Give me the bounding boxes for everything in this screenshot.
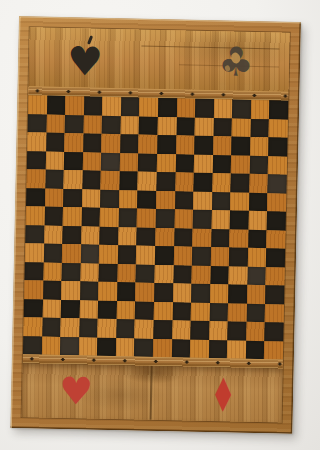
board-square[interactable]	[248, 248, 267, 267]
board-square[interactable]	[155, 246, 174, 265]
board-square[interactable]	[61, 281, 80, 300]
photo-backdrop: ♥ ♣ ♥ ♦	[0, 0, 320, 450]
board-square[interactable]	[246, 322, 265, 341]
board-square[interactable]	[194, 136, 213, 155]
board-square[interactable]	[173, 265, 192, 284]
board-square[interactable]	[28, 114, 47, 133]
board-square[interactable]	[79, 300, 98, 319]
board-square[interactable]	[211, 210, 230, 229]
board-interior: ♥ ♣ ♥ ♦	[22, 27, 290, 422]
board-square[interactable]	[83, 115, 102, 134]
board-square[interactable]	[228, 284, 247, 303]
board-square[interactable]	[24, 262, 43, 281]
board-square[interactable]	[44, 225, 63, 244]
board-square[interactable]	[210, 266, 229, 285]
board-square[interactable]	[120, 116, 139, 135]
board-square[interactable]	[174, 209, 193, 228]
board-square[interactable]	[265, 304, 284, 323]
wood-crack	[141, 46, 279, 50]
board-square[interactable]	[173, 283, 192, 302]
board-square[interactable]	[194, 173, 213, 192]
board-square[interactable]	[117, 301, 136, 320]
board-square[interactable]	[119, 190, 138, 209]
board-square[interactable]	[84, 96, 103, 115]
board-square[interactable]	[175, 154, 194, 173]
board-square[interactable]	[231, 173, 250, 192]
board-square[interactable]	[176, 135, 195, 154]
spade-glyph: ♥	[67, 41, 104, 82]
diamond-icon: ♦	[202, 372, 244, 419]
club-icon: ♣	[218, 41, 255, 82]
board-square[interactable]	[81, 207, 100, 226]
board-square[interactable]	[195, 99, 214, 118]
board-square[interactable]	[98, 282, 117, 301]
board-square[interactable]	[268, 156, 287, 175]
board-square[interactable]	[98, 319, 117, 338]
diamond-glyph: ♦	[210, 372, 237, 419]
board-square[interactable]	[116, 319, 135, 338]
board-square[interactable]	[158, 98, 177, 117]
board-square[interactable]	[248, 211, 267, 230]
board-square[interactable]	[153, 320, 172, 339]
board-square[interactable]	[64, 170, 83, 189]
board-square[interactable]	[41, 336, 60, 355]
board-square[interactable]	[81, 244, 100, 263]
board-square[interactable]	[25, 243, 44, 262]
board-square[interactable]	[230, 192, 249, 211]
board-square[interactable]	[97, 337, 116, 356]
heart-glyph: ♥	[59, 372, 94, 411]
board-square[interactable]	[153, 338, 172, 357]
board-square[interactable]	[268, 174, 287, 193]
board-square[interactable]	[229, 247, 248, 266]
board-square[interactable]	[135, 283, 154, 302]
board-square[interactable]	[246, 303, 265, 322]
board-square[interactable]	[118, 208, 137, 227]
board-square[interactable]	[173, 246, 192, 265]
board-square[interactable]	[117, 282, 136, 301]
board-square[interactable]	[137, 209, 156, 228]
board-square[interactable]	[266, 267, 285, 286]
board-square[interactable]	[155, 227, 174, 246]
board-square[interactable]	[174, 228, 193, 247]
board-square[interactable]	[26, 206, 45, 225]
board-square[interactable]	[209, 303, 228, 322]
panel-seam	[150, 366, 153, 420]
board-square[interactable]	[266, 248, 285, 267]
board-square[interactable]	[213, 118, 232, 137]
top-suit-panel: ♥ ♣	[29, 27, 290, 91]
board-square[interactable]	[102, 115, 121, 134]
board-square[interactable]	[135, 319, 154, 338]
board-square[interactable]	[45, 188, 64, 207]
board-square[interactable]	[80, 281, 99, 300]
board-square[interactable]	[42, 299, 61, 318]
board-square[interactable]	[61, 299, 80, 318]
board-square[interactable]	[27, 151, 46, 170]
board-square[interactable]	[269, 100, 288, 119]
board-square[interactable]	[250, 118, 269, 137]
board-square[interactable]	[82, 189, 101, 208]
board-square[interactable]	[176, 117, 195, 136]
board-square[interactable]	[101, 152, 120, 171]
board-square[interactable]	[100, 189, 119, 208]
board-square[interactable]	[212, 155, 231, 174]
board-square[interactable]	[190, 321, 209, 340]
board-square[interactable]	[23, 317, 42, 336]
board-square[interactable]	[176, 98, 195, 117]
board-square[interactable]	[82, 152, 101, 171]
board-square[interactable]	[26, 188, 45, 207]
board-square[interactable]	[228, 321, 247, 340]
board-square[interactable]	[47, 96, 66, 115]
board-square[interactable]	[139, 116, 158, 135]
board-square[interactable]	[157, 135, 176, 154]
board-square[interactable]	[62, 244, 81, 263]
board-square[interactable]	[192, 265, 211, 284]
board-square[interactable]	[139, 98, 158, 117]
board-square[interactable]	[80, 263, 99, 282]
board-square[interactable]	[212, 192, 231, 211]
board-square[interactable]	[25, 225, 44, 244]
board-square[interactable]	[172, 320, 191, 339]
board-square[interactable]	[62, 225, 81, 244]
checkerboard	[23, 95, 288, 359]
board-square[interactable]	[154, 283, 173, 302]
board-square[interactable]	[156, 172, 175, 191]
board-square[interactable]	[231, 136, 250, 155]
board-square[interactable]	[62, 262, 81, 281]
board-square[interactable]	[100, 208, 119, 227]
board-square[interactable]	[227, 340, 246, 359]
board-square[interactable]	[137, 227, 156, 246]
board-square[interactable]	[134, 338, 153, 357]
board-square[interactable]	[119, 171, 138, 190]
board-square[interactable]	[195, 117, 214, 136]
board-square[interactable]	[250, 137, 269, 156]
board-square[interactable]	[100, 226, 119, 245]
board-square[interactable]	[265, 322, 284, 341]
board-square[interactable]	[79, 318, 98, 337]
board-square[interactable]	[99, 245, 118, 264]
board-square[interactable]	[139, 135, 158, 154]
board-square[interactable]	[229, 266, 248, 285]
board-square[interactable]	[24, 299, 43, 318]
board-square[interactable]	[118, 245, 137, 264]
board-square[interactable]	[267, 193, 286, 212]
board-square[interactable]	[27, 132, 46, 151]
board-square[interactable]	[101, 171, 120, 190]
board-square[interactable]	[247, 266, 266, 285]
heart-icon: ♥	[59, 372, 94, 411]
board-square[interactable]	[46, 114, 65, 133]
board-square[interactable]	[194, 154, 213, 173]
board-square[interactable]	[191, 284, 210, 303]
board-square[interactable]	[99, 263, 118, 282]
board-square[interactable]	[82, 170, 101, 189]
board-square[interactable]	[120, 153, 139, 172]
board-square[interactable]	[269, 119, 288, 138]
board-square[interactable]	[191, 302, 210, 321]
board-square[interactable]	[138, 172, 157, 191]
board-square[interactable]	[42, 318, 61, 337]
board-square[interactable]	[175, 172, 194, 191]
board-square[interactable]	[60, 336, 79, 355]
board-square[interactable]	[156, 190, 175, 209]
board-square[interactable]	[211, 229, 230, 248]
board-square[interactable]	[138, 153, 157, 172]
board-square[interactable]	[118, 227, 137, 246]
board-square[interactable]	[64, 151, 83, 170]
board-square[interactable]	[251, 100, 270, 119]
board-square[interactable]	[249, 174, 268, 193]
game-board: ♥ ♣ ♥ ♦	[10, 16, 301, 434]
board-square[interactable]	[45, 151, 64, 170]
board-square[interactable]	[79, 337, 98, 356]
board-square[interactable]	[232, 118, 251, 137]
board-square[interactable]	[230, 210, 249, 229]
board-square[interactable]	[172, 302, 191, 321]
board-square[interactable]	[190, 339, 209, 358]
board-square[interactable]	[65, 114, 84, 133]
board-square[interactable]	[136, 246, 155, 265]
board-square[interactable]	[43, 244, 62, 263]
board-square[interactable]	[26, 169, 45, 188]
board-square[interactable]	[246, 340, 265, 359]
board-square[interactable]	[116, 338, 135, 357]
board-square[interactable]	[250, 155, 269, 174]
board-square[interactable]	[209, 321, 228, 340]
board-square[interactable]	[44, 207, 63, 226]
board-square[interactable]	[267, 211, 286, 230]
board-square[interactable]	[43, 262, 62, 281]
spade-icon: ♥	[67, 41, 104, 82]
board-square[interactable]	[63, 207, 82, 226]
board-square[interactable]	[193, 210, 212, 229]
board-square[interactable]	[28, 95, 47, 114]
board-square[interactable]	[171, 339, 190, 358]
board-square[interactable]	[193, 191, 212, 210]
board-square[interactable]	[269, 137, 288, 156]
board-square[interactable]	[265, 285, 284, 304]
board-square[interactable]	[60, 318, 79, 337]
board-square[interactable]	[101, 134, 120, 153]
board-square[interactable]	[98, 300, 117, 319]
board-square[interactable]	[156, 209, 175, 228]
board-square[interactable]	[43, 281, 62, 300]
board-square[interactable]	[157, 153, 176, 172]
board-square[interactable]	[65, 96, 84, 115]
board-square[interactable]	[248, 229, 267, 248]
board-square[interactable]	[24, 280, 43, 299]
board-square[interactable]	[229, 229, 248, 248]
bottom-suit-panel: ♥ ♦	[22, 363, 283, 422]
board-square[interactable]	[102, 97, 121, 116]
board-square[interactable]	[154, 301, 173, 320]
board-square[interactable]	[63, 188, 82, 207]
board-square[interactable]	[249, 192, 268, 211]
board-square[interactable]	[210, 284, 229, 303]
board-square[interactable]	[135, 301, 154, 320]
board-square[interactable]	[192, 228, 211, 247]
board-square[interactable]	[192, 247, 211, 266]
board-square[interactable]	[213, 136, 232, 155]
board-square[interactable]	[45, 170, 64, 189]
board-square[interactable]	[231, 155, 250, 174]
board-square[interactable]	[175, 191, 194, 210]
board-square[interactable]	[154, 264, 173, 283]
board-square[interactable]	[211, 247, 230, 266]
board-square[interactable]	[137, 190, 156, 209]
board-square[interactable]	[264, 341, 283, 360]
board-square[interactable]	[136, 264, 155, 283]
board-square[interactable]	[267, 230, 286, 249]
board-square[interactable]	[158, 116, 177, 135]
board-square[interactable]	[228, 303, 247, 322]
board-square[interactable]	[209, 340, 228, 359]
board-square[interactable]	[212, 173, 231, 192]
board-square[interactable]	[83, 133, 102, 152]
board-square[interactable]	[247, 285, 266, 304]
board-square[interactable]	[232, 99, 251, 118]
board-square[interactable]	[81, 226, 100, 245]
board-square[interactable]	[121, 97, 140, 116]
board-square[interactable]	[46, 133, 65, 152]
board-square[interactable]	[120, 134, 139, 153]
board-square[interactable]	[64, 133, 83, 152]
board-square[interactable]	[214, 99, 233, 118]
board-square[interactable]	[23, 336, 42, 355]
board-square[interactable]	[117, 264, 136, 283]
